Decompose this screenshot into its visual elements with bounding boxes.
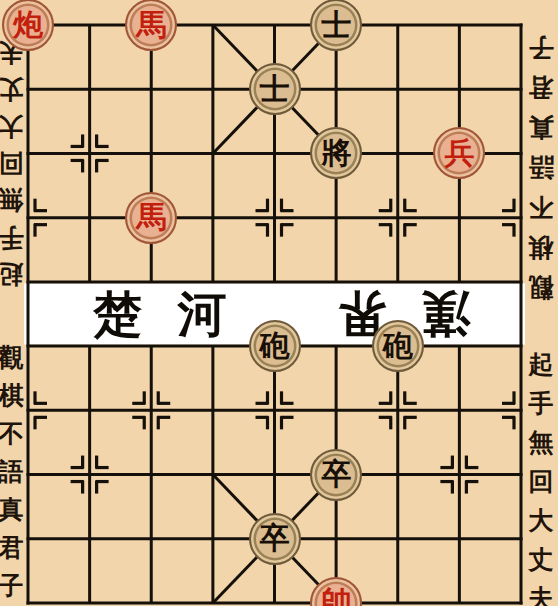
river-label-chu: 楚 (88, 283, 148, 345)
margin-motto-left-top-rotated: 起手無回大丈夫 (0, 34, 24, 293)
margin-motto-right-bottom: 起手無回大丈夫 (528, 345, 554, 606)
river-label-han-rotated: 漢 (416, 283, 476, 345)
piece-red-cannon-a[interactable]: 炮 (2, 0, 54, 51)
piece-red-horse-b[interactable]: 馬 (125, 192, 177, 244)
margin-motto-right-top-rotated: 觀棋不語真君子 (528, 27, 554, 307)
piece-black-cannon-a[interactable]: 砲 (249, 320, 301, 372)
margin-motto-left-bottom: 觀棋不語真君子 (0, 339, 24, 605)
piece-black-soldier-a[interactable]: 卒 (310, 449, 362, 501)
xiangqi-board-screen: 起手無回大丈夫 觀棋不語真君子 觀棋不語真君子 起手無回大丈夫 楚 河 界 漢 … (0, 0, 558, 606)
river-label-he: 河 (172, 283, 232, 345)
piece-black-advisor-b[interactable]: 士 (249, 63, 301, 115)
piece-black-cannon-b[interactable]: 砲 (372, 320, 424, 372)
piece-black-soldier-b[interactable]: 卒 (249, 513, 301, 565)
piece-black-advisor-a[interactable]: 士 (310, 0, 362, 51)
